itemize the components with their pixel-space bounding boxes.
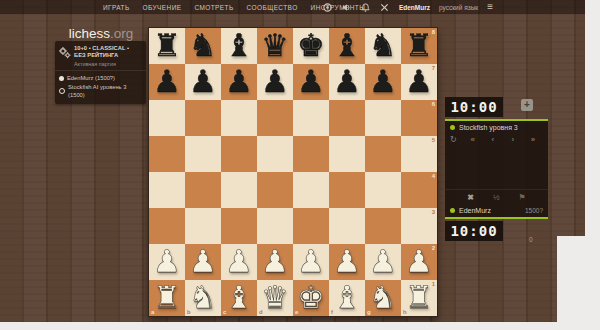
square-f6[interactable] <box>329 100 365 136</box>
piece-black-rook[interactable]: ♜ <box>401 28 437 64</box>
square-f3[interactable] <box>329 208 365 244</box>
top-nav-bar: ИГРАТЬ ОБУЧЕНИЕ СМОТРЕТЬ СООБЩЕСТВО ИНСТ… <box>0 0 585 14</box>
site-logo[interactable]: lichess.org <box>55 26 147 41</box>
square-f7[interactable]: ♟ <box>329 64 365 100</box>
black-clock: 10:00 <box>445 97 503 117</box>
nav-community[interactable]: СООБЩЕСТВО <box>247 4 298 11</box>
panel-white-player-name: EdenMurz <box>459 207 491 214</box>
cogs-icon <box>59 45 71 67</box>
piece-white-rook[interactable]: ♜ <box>401 280 437 316</box>
white-player-rating: 1500? <box>525 207 543 214</box>
piece-black-rook[interactable]: ♜ <box>149 28 185 64</box>
chess-board[interactable]: ♜♞♝♛♚♝♞♜8♟♟♟♟♟♟♟♟76543♟♟♟♟♟♟♟♟2♜a♞b♝c♛d♚… <box>149 28 437 316</box>
challenges-icon[interactable] <box>380 2 390 12</box>
piece-white-pawn[interactable]: ♟ <box>221 244 257 280</box>
username-menu[interactable]: EdenMurz <box>399 4 430 11</box>
square-e8[interactable]: ♚ <box>293 28 329 64</box>
square-a2[interactable]: ♟ <box>149 244 185 280</box>
time-control-label: 10+0 • CLASSICAL • БЕЗ РЕЙТИНГА <box>74 45 142 59</box>
panel-white-player[interactable]: EdenMurz 1500? <box>445 205 548 217</box>
replay-last-button[interactable]: » <box>523 135 543 144</box>
square-a8[interactable]: ♜ <box>149 28 185 64</box>
panel-black-player[interactable]: Stockfish уровня 3 <box>445 121 548 133</box>
add-time-button[interactable]: + <box>521 99 533 111</box>
piece-white-queen[interactable]: ♛ <box>257 280 293 316</box>
piece-white-knight[interactable]: ♞ <box>365 280 401 316</box>
notifications-bell-icon[interactable] <box>361 2 371 12</box>
game-control-panel: Stockfish уровня 3 ↻ « ‹ › » ✖ ½ ⚑ EdenM… <box>445 121 548 217</box>
square-d7[interactable]: ♟ <box>257 64 293 100</box>
resign-button[interactable]: ⚑ <box>519 193 526 202</box>
square-h7[interactable]: ♟7 <box>401 64 437 100</box>
piece-white-pawn[interactable]: ♟ <box>185 244 221 280</box>
square-c8[interactable]: ♝ <box>221 28 257 64</box>
replay-first-button[interactable]: « <box>463 135 483 144</box>
piece-black-pawn[interactable]: ♟ <box>329 64 365 100</box>
topbar-right-cluster: EdenMurz русский язык ≡ <box>323 2 493 12</box>
game-info-header: 10+0 • CLASSICAL • БЕЗ РЕЙТИНГА Активная… <box>55 41 146 70</box>
square-e6[interactable] <box>293 100 329 136</box>
square-c4[interactable] <box>221 172 257 208</box>
coord-rank-5: 5 <box>432 137 435 143</box>
logo-suffix: .org <box>110 26 133 41</box>
square-f5[interactable] <box>329 136 365 172</box>
page-background-corner <box>557 236 600 330</box>
square-d3[interactable] <box>257 208 293 244</box>
square-c2[interactable]: ♟ <box>221 244 257 280</box>
square-b6[interactable] <box>185 100 221 136</box>
square-a6[interactable] <box>149 100 185 136</box>
square-h4[interactable]: 4 <box>401 172 437 208</box>
players-list: EdenMurz (1500?) Stockfish AI уровень 3 … <box>55 70 146 104</box>
square-g5[interactable] <box>365 136 401 172</box>
replay-next-button[interactable]: › <box>503 135 523 144</box>
replay-prev-button[interactable]: ‹ <box>483 135 503 144</box>
square-h5[interactable]: 5 <box>401 136 437 172</box>
square-h2[interactable]: ♟2 <box>401 244 437 280</box>
square-c3[interactable] <box>221 208 257 244</box>
nav-watch[interactable]: СМОТРЕТЬ <box>194 4 233 11</box>
piece-white-pawn[interactable]: ♟ <box>365 244 401 280</box>
square-g2[interactable]: ♟ <box>365 244 401 280</box>
piece-black-pawn[interactable]: ♟ <box>185 64 221 100</box>
square-f8[interactable]: ♝ <box>329 28 365 64</box>
tv-icon[interactable] <box>323 2 333 12</box>
square-e1[interactable]: ♚e <box>293 280 329 316</box>
nav-learn[interactable]: ОБУЧЕНИЕ <box>143 4 182 11</box>
square-d6[interactable] <box>257 100 293 136</box>
replay-controls: ↻ « ‹ › » <box>445 133 548 146</box>
square-d1[interactable]: ♛d <box>257 280 293 316</box>
piece-black-pawn[interactable]: ♟ <box>257 64 293 100</box>
square-f2[interactable]: ♟ <box>329 244 365 280</box>
move-list[interactable] <box>445 146 548 189</box>
black-player-link[interactable]: Stockfish AI уровень 3 (1500) <box>59 83 142 100</box>
square-b2[interactable]: ♟ <box>185 244 221 280</box>
board-frame: ♜♞♝♛♚♝♞♜8♟♟♟♟♟♟♟♟76543♟♟♟♟♟♟♟♟2♜a♞b♝c♛d♚… <box>148 27 438 317</box>
square-a5[interactable] <box>149 136 185 172</box>
language-selector[interactable]: русский язык <box>439 4 478 11</box>
online-dot-icon <box>450 125 455 130</box>
square-g7[interactable]: ♟ <box>365 64 401 100</box>
square-d5[interactable] <box>257 136 293 172</box>
logo-main: lichess <box>69 26 110 41</box>
piece-white-bishop[interactable]: ♝ <box>221 280 257 316</box>
coord-rank-4: 4 <box>432 173 435 179</box>
square-a7[interactable]: ♟ <box>149 64 185 100</box>
piece-white-pawn[interactable]: ♟ <box>149 244 185 280</box>
draw-offer-button[interactable]: ½ <box>493 193 500 202</box>
square-e7[interactable]: ♟ <box>293 64 329 100</box>
coord-rank-6: 6 <box>432 101 435 107</box>
square-b7[interactable]: ♟ <box>185 64 221 100</box>
flip-board-button[interactable]: ↻ <box>450 135 457 144</box>
square-a3[interactable] <box>149 208 185 244</box>
square-d2[interactable]: ♟ <box>257 244 293 280</box>
piece-black-knight[interactable]: ♞ <box>185 28 221 64</box>
piece-white-rook[interactable]: ♜ <box>149 280 185 316</box>
lichess-page: ИГРАТЬ ОБУЧЕНИЕ СМОТРЕТЬ СООБЩЕСТВО ИНСТ… <box>0 0 600 330</box>
square-f4[interactable] <box>329 172 365 208</box>
piece-white-pawn[interactable]: ♟ <box>401 244 437 280</box>
square-e5[interactable] <box>293 136 329 172</box>
white-clock-indicator <box>445 217 548 219</box>
piece-black-pawn[interactable]: ♟ <box>365 64 401 100</box>
square-h1[interactable]: ♜h1 <box>401 280 437 316</box>
piece-white-king[interactable]: ♚ <box>293 280 329 316</box>
square-c1[interactable]: ♝c <box>221 280 257 316</box>
piece-black-pawn[interactable]: ♟ <box>293 64 329 100</box>
square-c6[interactable] <box>221 100 257 136</box>
square-a1[interactable]: ♜a <box>149 280 185 316</box>
square-f1[interactable]: ♝f <box>329 280 365 316</box>
square-b4[interactable] <box>185 172 221 208</box>
piece-white-pawn[interactable]: ♟ <box>329 244 365 280</box>
white-player-link[interactable]: EdenMurz (1500?) <box>59 74 142 83</box>
nav-play[interactable]: ИГРАТЬ <box>103 4 130 11</box>
game-status-label: Активная партия <box>74 61 142 67</box>
game-meta: 10+0 • CLASSICAL • БЕЗ РЕЙТИНГА Активная… <box>74 45 142 67</box>
square-h8[interactable]: ♜8 <box>401 28 437 64</box>
square-b8[interactable]: ♞ <box>185 28 221 64</box>
hamburger-menu-icon[interactable]: ≡ <box>487 2 493 12</box>
abort-button[interactable]: ✖ <box>467 193 474 202</box>
square-d8[interactable]: ♛ <box>257 28 293 64</box>
square-h3[interactable]: 3 <box>401 208 437 244</box>
white-color-dot-icon <box>59 76 64 81</box>
square-g6[interactable] <box>365 100 401 136</box>
piece-black-bishop[interactable]: ♝ <box>221 28 257 64</box>
white-clock: 10:00 <box>445 221 503 241</box>
coord-rank-3: 3 <box>432 209 435 215</box>
piece-white-pawn[interactable]: ♟ <box>257 244 293 280</box>
square-d4[interactable] <box>257 172 293 208</box>
game-info-panel: 10+0 • CLASSICAL • БЕЗ РЕЙТИНГА Активная… <box>55 41 146 104</box>
piece-black-king[interactable]: ♚ <box>293 28 329 64</box>
spectators-count: 0 <box>529 236 533 243</box>
page-background-bottom <box>0 322 600 330</box>
square-a4[interactable] <box>149 172 185 208</box>
square-h6[interactable]: 6 <box>401 100 437 136</box>
online-dot-icon <box>450 208 455 213</box>
square-c5[interactable] <box>221 136 257 172</box>
piece-white-bishop[interactable]: ♝ <box>329 280 365 316</box>
piece-black-knight[interactable]: ♞ <box>365 28 401 64</box>
panel-black-player-name: Stockfish уровня 3 <box>459 124 518 131</box>
piece-black-pawn[interactable]: ♟ <box>149 64 185 100</box>
square-g8[interactable]: ♞ <box>365 28 401 64</box>
square-e2[interactable]: ♟ <box>293 244 329 280</box>
square-e3[interactable] <box>293 208 329 244</box>
square-b3[interactable] <box>185 208 221 244</box>
square-g4[interactable] <box>365 172 401 208</box>
volume-icon[interactable] <box>342 2 352 12</box>
square-b5[interactable] <box>185 136 221 172</box>
game-actions: ✖ ½ ⚑ <box>445 189 548 205</box>
piece-black-pawn[interactable]: ♟ <box>221 64 257 100</box>
black-color-dot-icon <box>59 88 65 94</box>
piece-black-queen[interactable]: ♛ <box>257 28 293 64</box>
square-b1[interactable]: ♞b <box>185 280 221 316</box>
black-player-label: Stockfish AI уровень 3 (1500) <box>68 83 142 100</box>
square-e4[interactable] <box>293 172 329 208</box>
square-c7[interactable]: ♟ <box>221 64 257 100</box>
square-g3[interactable] <box>365 208 401 244</box>
piece-white-pawn[interactable]: ♟ <box>293 244 329 280</box>
piece-black-bishop[interactable]: ♝ <box>329 28 365 64</box>
piece-black-pawn[interactable]: ♟ <box>401 64 437 100</box>
piece-white-knight[interactable]: ♞ <box>185 280 221 316</box>
white-player-label: EdenMurz (1500?) <box>67 74 115 83</box>
square-g1[interactable]: ♞g <box>365 280 401 316</box>
